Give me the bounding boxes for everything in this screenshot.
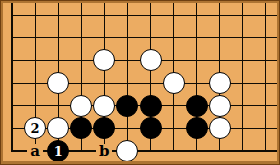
white-stone (47, 117, 69, 139)
white-stone (70, 95, 92, 117)
white-stone-2: 2 (24, 117, 46, 139)
point-label-a: a (27, 144, 43, 159)
white-stone (163, 72, 185, 94)
white-stone (209, 117, 231, 139)
grid-line-vertical (242, 2, 243, 152)
black-stone (116, 95, 138, 117)
black-stone-1: 1 (47, 140, 69, 162)
grid-line-horizontal (11, 15, 278, 16)
white-stone (93, 95, 115, 117)
grid-line-vertical (127, 2, 128, 152)
black-stone (93, 117, 115, 139)
black-stone (70, 117, 92, 139)
grid-line-vertical (265, 2, 266, 152)
black-stone (140, 117, 162, 139)
go-diagram: ab21 (0, 0, 280, 165)
white-stone (93, 49, 115, 71)
white-stone (209, 72, 231, 94)
grid-line-horizontal (11, 37, 278, 38)
board-edge-line-left (11, 2, 13, 152)
black-stone (186, 95, 208, 117)
white-stone (209, 95, 231, 117)
black-stone (186, 117, 208, 139)
point-label-b: b (96, 144, 112, 159)
white-stone (47, 72, 69, 94)
white-stone (140, 49, 162, 71)
white-stone (116, 140, 138, 162)
black-stone (140, 95, 162, 117)
